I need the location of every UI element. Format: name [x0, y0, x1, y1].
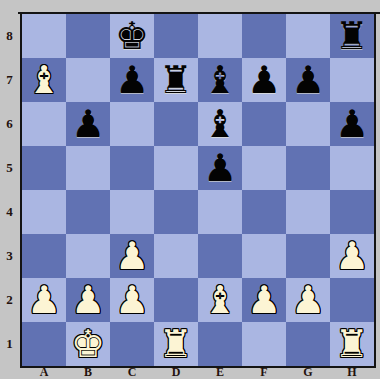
- square-b6[interactable]: ♟: [66, 102, 110, 146]
- square-f2[interactable]: ♟: [242, 278, 286, 322]
- piece-black-rook: ♜: [159, 58, 193, 102]
- piece-black-pawn: ♟: [291, 58, 325, 102]
- square-h7[interactable]: [330, 58, 374, 102]
- square-g2[interactable]: ♟: [286, 278, 330, 322]
- rank-label-5: 5: [0, 146, 19, 190]
- square-g5[interactable]: [286, 146, 330, 190]
- chess-diagram-window: ♚♜♝♟♜♝♟♟♟♝♟♟♟♟♟♟♟♝♟♟♚♜♜ 87654321 ABCDEFG…: [0, 0, 380, 379]
- file-label-C: C: [110, 366, 154, 379]
- piece-white-bishop: ♝: [203, 278, 237, 322]
- square-d6[interactable]: [154, 102, 198, 146]
- rank-label-4: 4: [0, 190, 19, 234]
- piece-white-pawn: ♟: [115, 234, 149, 278]
- piece-white-king: ♚: [71, 322, 105, 366]
- square-h2[interactable]: [330, 278, 374, 322]
- square-d1[interactable]: ♜: [154, 322, 198, 366]
- square-a4[interactable]: [22, 190, 66, 234]
- rank-label-7: 7: [0, 58, 19, 102]
- square-b5[interactable]: [66, 146, 110, 190]
- square-h5[interactable]: [330, 146, 374, 190]
- square-g8[interactable]: [286, 14, 330, 58]
- square-h8[interactable]: ♜: [330, 14, 374, 58]
- square-g1[interactable]: [286, 322, 330, 366]
- file-label-B: B: [66, 366, 110, 379]
- square-d7[interactable]: ♜: [154, 58, 198, 102]
- square-d8[interactable]: [154, 14, 198, 58]
- piece-white-pawn: ♟: [71, 278, 105, 322]
- square-h3[interactable]: ♟: [330, 234, 374, 278]
- square-e6[interactable]: ♝: [198, 102, 242, 146]
- square-a3[interactable]: [22, 234, 66, 278]
- piece-white-rook: ♜: [335, 322, 369, 366]
- piece-white-pawn: ♟: [291, 278, 325, 322]
- square-b3[interactable]: [66, 234, 110, 278]
- piece-black-rook: ♜: [335, 14, 369, 58]
- piece-white-pawn: ♟: [335, 234, 369, 278]
- square-c2[interactable]: ♟: [110, 278, 154, 322]
- piece-black-pawn: ♟: [335, 102, 369, 146]
- square-c3[interactable]: ♟: [110, 234, 154, 278]
- square-c4[interactable]: [110, 190, 154, 234]
- square-g4[interactable]: [286, 190, 330, 234]
- file-label-D: D: [154, 366, 198, 379]
- square-a6[interactable]: [22, 102, 66, 146]
- square-e3[interactable]: [198, 234, 242, 278]
- piece-white-pawn: ♟: [27, 278, 61, 322]
- square-c5[interactable]: [110, 146, 154, 190]
- piece-black-pawn: ♟: [203, 146, 237, 190]
- square-c8[interactable]: ♚: [110, 14, 154, 58]
- square-f1[interactable]: [242, 322, 286, 366]
- square-c1[interactable]: [110, 322, 154, 366]
- square-e1[interactable]: [198, 322, 242, 366]
- file-label-E: E: [198, 366, 242, 379]
- rank-label-1: 1: [0, 322, 19, 366]
- piece-black-pawn: ♟: [115, 58, 149, 102]
- piece-white-rook: ♜: [159, 322, 193, 366]
- square-f5[interactable]: [242, 146, 286, 190]
- square-a8[interactable]: [22, 14, 66, 58]
- square-h6[interactable]: ♟: [330, 102, 374, 146]
- square-a1[interactable]: [22, 322, 66, 366]
- square-f7[interactable]: ♟: [242, 58, 286, 102]
- piece-black-pawn: ♟: [247, 58, 281, 102]
- square-f3[interactable]: [242, 234, 286, 278]
- square-g3[interactable]: [286, 234, 330, 278]
- square-a5[interactable]: [22, 146, 66, 190]
- piece-black-bishop: ♝: [203, 58, 237, 102]
- square-e8[interactable]: [198, 14, 242, 58]
- file-label-A: A: [22, 366, 66, 379]
- square-f6[interactable]: [242, 102, 286, 146]
- square-h1[interactable]: ♜: [330, 322, 374, 366]
- rank-label-2: 2: [0, 278, 19, 322]
- square-d2[interactable]: [154, 278, 198, 322]
- file-label-F: F: [242, 366, 286, 379]
- piece-white-bishop: ♝: [27, 58, 61, 102]
- square-d4[interactable]: [154, 190, 198, 234]
- square-b2[interactable]: ♟: [66, 278, 110, 322]
- square-d5[interactable]: [154, 146, 198, 190]
- square-e5[interactable]: ♟: [198, 146, 242, 190]
- square-c6[interactable]: [110, 102, 154, 146]
- file-label-H: H: [330, 366, 374, 379]
- square-g6[interactable]: [286, 102, 330, 146]
- piece-black-bishop: ♝: [203, 102, 237, 146]
- piece-black-pawn: ♟: [71, 102, 105, 146]
- square-a7[interactable]: ♝: [22, 58, 66, 102]
- rank-label-8: 8: [0, 14, 19, 58]
- square-h4[interactable]: [330, 190, 374, 234]
- square-a2[interactable]: ♟: [22, 278, 66, 322]
- square-e7[interactable]: ♝: [198, 58, 242, 102]
- square-b4[interactable]: [66, 190, 110, 234]
- square-c7[interactable]: ♟: [110, 58, 154, 102]
- square-f4[interactable]: [242, 190, 286, 234]
- square-b7[interactable]: [66, 58, 110, 102]
- square-d3[interactable]: [154, 234, 198, 278]
- piece-black-king: ♚: [115, 14, 149, 58]
- square-e2[interactable]: ♝: [198, 278, 242, 322]
- rank-label-3: 3: [0, 234, 19, 278]
- rank-label-6: 6: [0, 102, 19, 146]
- square-b8[interactable]: [66, 14, 110, 58]
- chess-board: ♚♜♝♟♜♝♟♟♟♝♟♟♟♟♟♟♟♝♟♟♚♜♜: [20, 12, 376, 368]
- piece-white-pawn: ♟: [247, 278, 281, 322]
- square-f8[interactable]: [242, 14, 286, 58]
- square-e4[interactable]: [198, 190, 242, 234]
- square-g7[interactable]: ♟: [286, 58, 330, 102]
- square-b1[interactable]: ♚: [66, 322, 110, 366]
- piece-white-pawn: ♟: [115, 278, 149, 322]
- file-label-G: G: [286, 366, 330, 379]
